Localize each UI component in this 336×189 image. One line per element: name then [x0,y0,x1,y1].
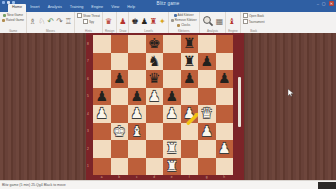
rank-labels: 87654321 [87,35,92,175]
square-c1[interactable] [128,158,146,176]
engine-icon[interactable]: ♝ [228,17,235,26]
fritz-window: { "game": "chess", "window": { "title": … [0,0,336,189]
square-b7[interactable] [111,53,129,71]
square-a5[interactable]: ♟ [93,88,111,106]
square-e5[interactable]: ♟ [163,88,181,106]
square-c6[interactable] [128,70,146,88]
square-f1[interactable] [181,158,199,176]
clocks-button[interactable]: Clocks [177,23,190,27]
tab-help[interactable]: Help [123,4,139,12]
white-rook: ♜ [165,158,178,175]
white-rook: ♜ [165,140,178,157]
square-f7[interactable]: ♜ [181,53,199,71]
status-bar: Blitz game (5 min) 25.Qg4 Black to move [0,180,336,189]
rank-label-4: 4 [87,105,92,123]
tab-training[interactable]: Training [66,4,88,12]
square-e8[interactable] [163,35,181,53]
rated-game-button[interactable]: Rated Game [2,18,24,22]
square-c7[interactable] [128,53,146,71]
square-b8[interactable] [111,35,129,53]
spy-checkbox[interactable]: Spy [83,19,94,24]
board-grid: ♚♜♞♜♟♟♛♟♟♟♟♟♟♟♟♟♟♛♚♝♟♜♟♜ [93,35,233,175]
square-b1[interactable] [111,158,129,176]
square-f6[interactable]: ♟ [181,70,199,88]
square-f2[interactable] [181,140,199,158]
square-c4[interactable]: ♟ [128,105,146,123]
group-resign: ♛ Resign [103,12,117,33]
rank-label-1: 1 [87,158,92,176]
square-c8[interactable] [128,35,146,53]
rank-label-5: 5 [87,88,92,106]
square-b4[interactable] [111,105,129,123]
square-d5[interactable]: ♟ [146,88,164,106]
square-e1[interactable]: ♜ [163,158,181,176]
redo-move-icon[interactable]: ↷ [56,17,63,26]
square-a3[interactable] [93,123,111,141]
square-h1[interactable] [216,158,234,176]
square-a8[interactable] [93,35,111,53]
add-kibitzer-button[interactable]: Add Kibitzer [174,13,194,17]
black-pawn: ♟ [218,70,231,87]
black-pawn: ♟ [113,70,126,87]
square-e6[interactable] [163,70,181,88]
square-g1[interactable] [198,158,216,176]
rank-label-7: 7 [87,53,92,71]
square-e7[interactable] [163,53,181,71]
square-b5[interactable] [111,88,129,106]
white-pawn: ♟ [200,123,213,140]
black-pawn: ♟ [200,53,213,70]
rank-label-2: 2 [87,140,92,158]
tab-engine[interactable]: Engine [87,4,107,12]
levels-icon[interactable]: ♚ [131,17,138,26]
square-h7[interactable] [216,53,234,71]
square-h3[interactable] [216,123,234,141]
black-rook: ♜ [183,35,196,52]
black-rook: ♜ [183,53,196,70]
square-d1[interactable] [146,158,164,176]
star-icon[interactable]: ✦ [159,17,166,26]
black-pawn: ♟ [183,70,196,87]
group-book: Open Book Tournament Book [241,12,267,33]
white-pawn: ♟ [130,105,143,122]
close-button[interactable]: ✕ [329,1,334,6]
ribbon: New Game Rated Game Game ♗ ♘ ↶ ↷ ♖ Moves… [0,12,336,34]
pieces-icon[interactable]: ♘ [38,17,45,26]
group-levels: ♚ ♟ ♜ ✦ Levels [129,12,168,33]
square-e4[interactable]: ♟ [163,105,181,123]
black-pawn: ♟ [165,88,178,105]
square-g6[interactable] [198,70,216,88]
square-b3[interactable]: ♚ [111,123,129,141]
show-threat-checkbox[interactable]: Show Threat [77,13,100,18]
white-bishop: ♝ [130,123,143,140]
square-c5[interactable]: ♟ [128,88,146,106]
square-g5[interactable] [198,88,216,106]
square-d8[interactable]: ♚ [146,35,164,53]
square-a7[interactable] [93,53,111,71]
square-d2[interactable] [146,140,164,158]
square-a1[interactable] [93,158,111,176]
white-pawn: ♟ [218,140,231,157]
open-book-checkbox[interactable]: Open Book [243,13,264,18]
square-b2[interactable] [111,140,129,158]
minimize-button[interactable]: – [317,1,319,6]
group-analysis: ▦ Analysis [200,12,227,33]
square-g7[interactable]: ♟ [198,53,216,71]
group-draw: ♟ Draw [117,12,129,33]
maximize-button[interactable]: ▢ [322,1,326,6]
new-game-button[interactable]: New Game [3,13,23,17]
status-grip [318,182,336,189]
square-h8[interactable] [216,35,234,53]
tab-view[interactable]: View [107,4,123,12]
rated-icon[interactable]: ♜ [150,17,157,26]
tab-analysis[interactable]: Analysis [44,4,66,12]
white-king: ♚ [113,123,126,140]
group-game: New Game Rated Game Game [0,12,27,33]
white-pawn: ♟ [165,105,178,122]
square-a6[interactable] [93,70,111,88]
square-h6[interactable]: ♟ [216,70,234,88]
black-pawn: ♟ [130,88,143,105]
ribbon-tabs: Home Insert Analysis Training Engine Vie… [8,5,139,12]
magnifier-icon[interactable] [202,15,214,27]
offer-draw-icon[interactable]: ♟ [119,17,126,26]
group-engine: ♝ Engine [226,12,240,33]
black-knight: ♞ [148,53,161,70]
white-queen: ♛ [200,105,213,122]
square-g4[interactable]: ♛ [198,105,216,123]
move-now-icon[interactable]: ♖ [65,17,72,26]
board-scrollbar[interactable] [238,77,241,127]
group-hints: Show Threat Spy Hints [75,12,103,33]
square-a2[interactable] [93,140,111,158]
square-g3[interactable]: ♟ [198,123,216,141]
title-bar: Blitz game – ▢ ✕ Home Insert Analysis Tr… [0,0,336,12]
rank-label-6: 6 [87,70,92,88]
tab-home[interactable]: Home [8,4,26,12]
square-c3[interactable]: ♝ [128,123,146,141]
black-pawn: ♟ [95,88,108,105]
rank-label-8: 8 [87,35,92,53]
square-e2[interactable]: ♜ [163,140,181,158]
square-d6[interactable]: ♛ [146,70,164,88]
square-c2[interactable] [128,140,146,158]
board-setup-icon[interactable]: ♗ [29,17,36,26]
white-pawn: ♟ [148,88,161,105]
group-kibitzers: Add Kibitzer Remove Kibitzer Clocks Kibi… [169,12,200,33]
square-f3[interactable] [181,123,199,141]
black-king: ♚ [148,35,161,52]
tab-insert[interactable]: Insert [26,4,44,12]
square-f5[interactable] [181,88,199,106]
square-d4[interactable] [146,105,164,123]
tournament-book-checkbox[interactable]: Tournament [243,19,265,24]
resign-icon[interactable]: ♛ [105,17,112,26]
square-f8[interactable]: ♜ [181,35,199,53]
square-d3[interactable] [146,123,164,141]
undo-move-icon[interactable]: ↶ [47,17,54,26]
white-pawn: ♟ [95,105,108,122]
mouse-cursor [288,89,293,96]
square-e3[interactable] [163,123,181,141]
status-text: Blitz game (5 min) 25.Qg4 Black to move [2,183,66,187]
black-queen: ♛ [148,70,161,87]
remove-kibitzer-button[interactable]: Remove Kibitzer [171,18,197,22]
handicap-icon[interactable]: ♟ [141,17,148,26]
rank-label-3: 3 [87,123,92,141]
square-h4[interactable] [216,105,234,123]
square-g8[interactable] [198,35,216,53]
square-a4[interactable]: ♟ [93,105,111,123]
group-moves: ♗ ♘ ↶ ↷ ♖ Moves [27,12,75,33]
square-h2[interactable]: ♟ [216,140,234,158]
square-b6[interactable]: ♟ [111,70,129,88]
square-h5[interactable] [216,88,234,106]
analysis-board-icon[interactable]: ▦ [216,17,224,26]
square-d7[interactable]: ♞ [146,53,164,71]
square-g2[interactable] [198,140,216,158]
chess-board-panel: 87654321 ♚♜♞♜♟♟♛♟♟♟♟♟♟♟♟♟♟♛♚♝♟♜♟♜ abcdef… [86,33,244,180]
